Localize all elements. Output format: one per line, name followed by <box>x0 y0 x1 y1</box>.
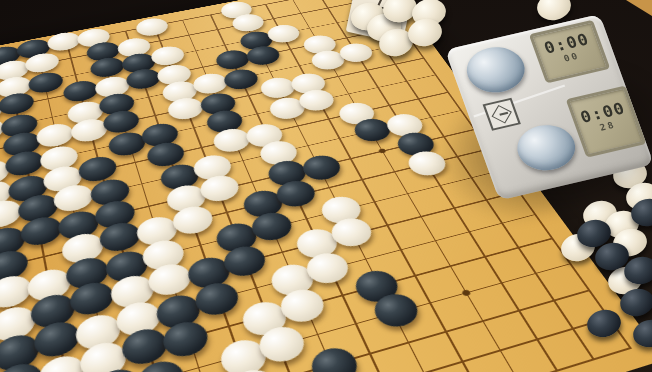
photo-go-game-scene: 0:00 00 0:00 28 <box>0 0 652 372</box>
clock-display-left: 0:00 00 <box>529 20 611 84</box>
clock-plunger-left <box>460 42 531 98</box>
clock-plunger-right <box>511 120 582 176</box>
